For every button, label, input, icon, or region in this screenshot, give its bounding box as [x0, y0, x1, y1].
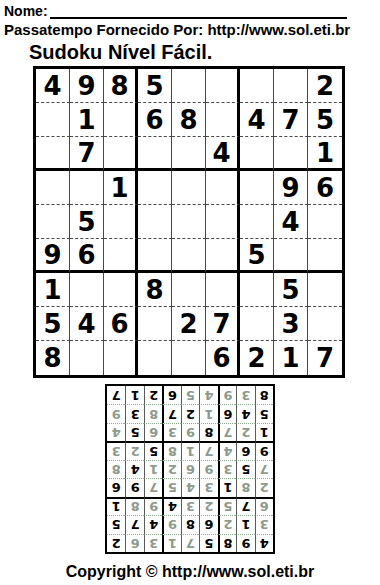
puzzle-cell-given: 5	[70, 205, 104, 239]
puzzle-cell-given: 5	[274, 273, 308, 307]
puzzle-cell-empty[interactable]	[206, 205, 240, 239]
solution-cell-given: 4	[144, 515, 162, 533]
solution-cell-given: 4	[236, 404, 254, 422]
puzzle-cell-empty[interactable]	[138, 171, 172, 205]
solution-cell-given: 4	[162, 497, 180, 515]
solution-cell-given: 8	[199, 423, 217, 441]
solution-cell-solved: 9	[181, 423, 199, 441]
puzzle-cell-empty[interactable]	[240, 137, 274, 171]
puzzle-cell-empty[interactable]	[240, 205, 274, 239]
puzzle-cell-empty[interactable]	[206, 273, 240, 307]
puzzle-cell-empty[interactable]	[274, 239, 308, 273]
solution-cell-solved: 7	[218, 423, 236, 441]
solution-cell-solved: 3	[162, 423, 180, 441]
solution-cell-given: 6	[107, 478, 125, 496]
puzzle-cell-given: 9	[70, 69, 104, 103]
page-title: Sudoku Nível Fácil.	[29, 41, 380, 64]
solution-cell-given: 7	[162, 404, 180, 422]
solution-cell-given: 1	[125, 386, 143, 404]
solution-cell-solved: 7	[255, 460, 273, 478]
name-underline	[50, 4, 347, 19]
solution-cell-solved: 2	[162, 460, 180, 478]
solution-cell-solved: 6	[255, 497, 273, 515]
puzzle-cell-given: 8	[36, 341, 70, 375]
solution-cell-solved: 1	[181, 441, 199, 459]
solution-cell-solved: 7	[181, 534, 199, 552]
solution-cell-solved: 1	[199, 404, 217, 422]
puzzle-cell-empty[interactable]	[172, 205, 206, 239]
puzzle-cell-given: 1	[104, 171, 138, 205]
solution-cell-given: 6	[162, 386, 180, 404]
solution-cell-solved: 4	[218, 441, 236, 459]
puzzle-cell-given: 2	[240, 341, 274, 375]
puzzle-cell-given: 4	[206, 137, 240, 171]
solution-cell-given: 4	[255, 534, 273, 552]
puzzle-cell-empty[interactable]	[206, 171, 240, 205]
solution-cell-solved: 4	[107, 423, 125, 441]
puzzle-cell-empty[interactable]	[104, 341, 138, 375]
puzzle-cell-given: 5	[308, 103, 342, 137]
solution-cell-solved: 7	[199, 441, 217, 459]
solution-cell-solved: 8	[144, 404, 162, 422]
solution-cell-solved: 7	[144, 478, 162, 496]
solution-cell-solved: 5	[181, 386, 199, 404]
solution-cell-given: 1	[255, 423, 273, 441]
puzzle-cell-empty[interactable]	[104, 239, 138, 273]
solution-cell-solved: 9	[218, 386, 236, 404]
solution-cell-solved: 8	[125, 497, 143, 515]
solution-cell-given: 5	[199, 534, 217, 552]
solution-cell-solved: 2	[125, 441, 143, 459]
solution-cell-given: 9	[125, 478, 143, 496]
puzzle-cell-given: 3	[274, 307, 308, 341]
puzzle-cell-empty[interactable]	[172, 341, 206, 375]
solution-cell-given: 5	[125, 423, 143, 441]
solution-cell-solved: 9	[107, 404, 125, 422]
puzzle-cell-given: 4	[70, 307, 104, 341]
solution-cell-given: 8	[218, 534, 236, 552]
puzzle-cell-empty[interactable]	[172, 69, 206, 103]
puzzle-cell-given: 7	[70, 137, 104, 171]
copyright-text: Copyright © http://www.sol.eti.br	[0, 562, 380, 581]
puzzle-cell-given: 2	[308, 69, 342, 103]
solution-cell-solved: 1	[162, 534, 180, 552]
puzzle-cell-given: 5	[36, 307, 70, 341]
solution-cell-solved: 3	[199, 478, 217, 496]
puzzle-cell-given: 1	[274, 341, 308, 375]
puzzle-cell-empty[interactable]	[36, 171, 70, 205]
puzzle-cell-given: 8	[172, 103, 206, 137]
solution-cell-given: 1	[236, 515, 254, 533]
solution-cell-given: 4	[125, 460, 143, 478]
puzzle-cell-given: 7	[308, 341, 342, 375]
solution-cell-solved: 2	[218, 515, 236, 533]
solution-cell-solved: 4	[199, 386, 217, 404]
puzzle-cell-given: 1	[36, 273, 70, 307]
puzzle-cell-empty[interactable]	[206, 103, 240, 137]
solution-cell-given: 8	[255, 386, 273, 404]
puzzle-cell-empty[interactable]	[104, 103, 138, 137]
solution-cell-solved: 6	[125, 534, 143, 552]
solution-cell-given: 2	[181, 404, 199, 422]
solution-cell-given: 9	[236, 534, 254, 552]
puzzle-cell-given: 2	[172, 307, 206, 341]
solution-cell-solved: 2	[199, 497, 217, 515]
puzzle-cell-empty[interactable]	[138, 239, 172, 273]
solution-cell-solved: 3	[236, 386, 254, 404]
puzzle-cell-given: 6	[206, 341, 240, 375]
solution-cell-given: 5	[255, 404, 273, 422]
solution-cell-given: 5	[107, 515, 125, 533]
provider-line: Passatempo Fornecido Por: http://www.sol…	[4, 21, 380, 39]
solution-grid: 4985713623126894756752349812813457967539…	[105, 384, 275, 554]
puzzle-cell-empty[interactable]	[104, 205, 138, 239]
solution-cell-solved: 2	[255, 478, 273, 496]
puzzle-cell-empty[interactable]	[104, 273, 138, 307]
puzzle-cell-empty[interactable]	[308, 307, 342, 341]
solution-cell-solved: 3	[144, 534, 162, 552]
solution-cell-solved: 1	[144, 460, 162, 478]
puzzle-cell-given: 5	[240, 239, 274, 273]
solution-cell-solved: 9	[199, 460, 217, 478]
puzzle-cell-given: 8	[104, 69, 138, 103]
solution-cell-given: 6	[199, 515, 217, 533]
puzzle-cell-given: 4	[36, 69, 70, 103]
puzzle-cell-given: 4	[240, 103, 274, 137]
puzzle-cell-empty[interactable]	[274, 69, 308, 103]
solution-cell-solved: 3	[218, 460, 236, 478]
puzzle-cell-empty[interactable]	[240, 273, 274, 307]
puzzle-cell-empty[interactable]	[172, 273, 206, 307]
solution-cell-solved: 6	[181, 460, 199, 478]
puzzle-cell-empty[interactable]	[240, 69, 274, 103]
solution-cell-solved: 8	[236, 478, 254, 496]
puzzle-cell-empty[interactable]	[308, 273, 342, 307]
solution-cell-solved: 6	[144, 423, 162, 441]
puzzle-cell-empty[interactable]	[138, 341, 172, 375]
puzzle-cell-given: 4	[274, 205, 308, 239]
puzzle-cell-empty[interactable]	[104, 137, 138, 171]
solution-cell-given: 7	[236, 497, 254, 515]
solution-cell-solved: 3	[255, 515, 273, 533]
puzzle-cell-given: 7	[206, 307, 240, 341]
solution-cell-given: 2	[107, 534, 125, 552]
solution-cell-given: 1	[107, 497, 125, 515]
page-root: Nome: Passatempo Fornecido Por: http://w…	[0, 3, 380, 585]
puzzle-cell-given: 1	[70, 103, 104, 137]
puzzle-cell-empty[interactable]	[36, 205, 70, 239]
solution-cell-given: 6	[236, 441, 254, 459]
puzzle-cell-empty[interactable]	[172, 239, 206, 273]
puzzle-cell-empty[interactable]	[172, 171, 206, 205]
solution-cell-solved: 3	[107, 441, 125, 459]
puzzle-cell-empty[interactable]	[206, 69, 240, 103]
solution-cell-given: 2	[144, 386, 162, 404]
puzzle-cell-given: 1	[308, 137, 342, 171]
puzzle-cell-empty[interactable]	[308, 239, 342, 273]
puzzle-cell-empty[interactable]	[274, 137, 308, 171]
solution-cell-solved: 5	[162, 478, 180, 496]
puzzle-cell-empty[interactable]	[70, 171, 104, 205]
solution-cell-given: 9	[255, 441, 273, 459]
puzzle-cell-empty[interactable]	[138, 137, 172, 171]
solution-cell-given: 8	[181, 515, 199, 533]
puzzle-cell-given: 6	[308, 171, 342, 205]
puzzle-cell-given: 5	[138, 69, 172, 103]
puzzle-cell-given: 9	[36, 239, 70, 273]
puzzle-cell-given: 6	[104, 307, 138, 341]
solution-cell-solved: 9	[162, 515, 180, 533]
puzzle-cell-empty[interactable]	[138, 205, 172, 239]
solution-cell-given: 5	[236, 460, 254, 478]
solution-cell-solved: 9	[144, 497, 162, 515]
puzzle-cell-empty[interactable]	[206, 239, 240, 273]
puzzle-cell-empty[interactable]	[172, 137, 206, 171]
solution-cell-solved: 8	[107, 460, 125, 478]
solution-cell-given: 1	[218, 478, 236, 496]
solution-cell-given: 5	[144, 441, 162, 459]
solution-cell-solved: 3	[181, 497, 199, 515]
puzzle-cell-empty[interactable]	[36, 103, 70, 137]
solution-cell-given: 7	[107, 386, 125, 404]
puzzle-cell-given: 6	[138, 103, 172, 137]
puzzle-cell-given: 9	[274, 171, 308, 205]
solution-cell-solved: 5	[218, 497, 236, 515]
name-label: Nome:	[4, 3, 48, 19]
solution-cell-solved: 4	[181, 478, 199, 496]
puzzle-cell-empty[interactable]	[308, 205, 342, 239]
puzzle-cell-empty[interactable]	[70, 273, 104, 307]
solution-cell-given: 3	[125, 404, 143, 422]
puzzle-cell-given: 6	[70, 239, 104, 273]
solution-cell-given: 7	[125, 515, 143, 533]
puzzle-cell-empty[interactable]	[36, 137, 70, 171]
puzzle-cell-given: 8	[138, 273, 172, 307]
solution-cell-solved: 2	[236, 423, 254, 441]
solution-cell-solved: 8	[162, 441, 180, 459]
puzzle-cell-empty[interactable]	[240, 171, 274, 205]
solution-cell-given: 6	[218, 404, 236, 422]
name-row: Nome:	[4, 3, 347, 19]
puzzle-cell-empty[interactable]	[240, 307, 274, 341]
puzzle-grid: 498521684757411965496518554627386217	[33, 66, 345, 378]
puzzle-cell-empty[interactable]	[138, 307, 172, 341]
puzzle-cell-empty[interactable]	[70, 341, 104, 375]
puzzle-cell-given: 7	[274, 103, 308, 137]
